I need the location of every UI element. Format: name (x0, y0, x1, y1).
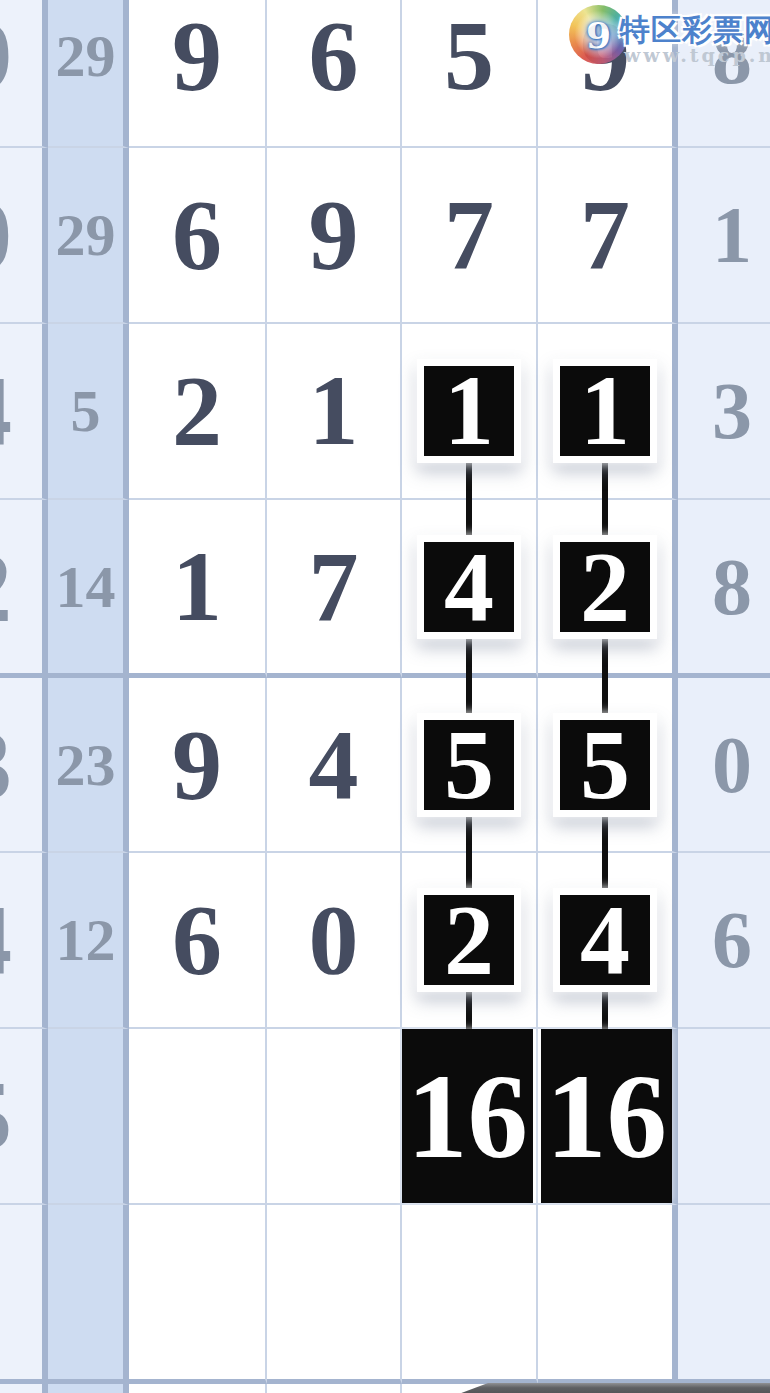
marked-box: 1 (553, 359, 657, 463)
cell-r6-c2: 12 (48, 853, 129, 1029)
cell-r3-c3: 2 (129, 324, 267, 500)
bottom-overlay-bar[interactable] (456, 1383, 770, 1393)
digit: 23 (56, 735, 116, 795)
sum-box: 16 (402, 1029, 533, 1203)
cell-r6-c7: 6 (678, 853, 770, 1029)
digit: 29 (56, 26, 116, 86)
digit: 6 (309, 6, 359, 106)
marked-box: 4 (553, 888, 657, 992)
digit: 9 (172, 6, 222, 106)
cell-r8-c3 (129, 1205, 267, 1384)
cell-r6-c3: 6 (129, 853, 267, 1029)
cell-r2-c3: 6 (129, 148, 267, 324)
digit: 7 (444, 185, 494, 285)
marked-box: 4 (417, 535, 521, 639)
cell-r3-c2: 5 (48, 324, 129, 500)
cell-r7-c5: 16 (402, 1029, 538, 1205)
digit: 8 (712, 16, 752, 96)
cell-r7-c7 (678, 1029, 770, 1205)
cell-r8-c5 (402, 1205, 538, 1384)
digit: 6 (712, 900, 752, 980)
cell-r2-c7: 1 (678, 148, 770, 324)
digit: 29 (56, 205, 116, 265)
cell-r8-c4 (267, 1205, 402, 1384)
cell-r9-c1 (0, 1384, 48, 1393)
cell-r8-c2 (48, 1205, 129, 1384)
lottery-trend-board: 9299659802969771452111321417428323945504… (0, 0, 770, 1393)
cell-r4-c4: 7 (267, 500, 402, 678)
cell-r1-c7: 8 (678, 0, 770, 148)
digit: 5 (444, 6, 494, 106)
cell-r1-c6: 9 (538, 0, 678, 148)
clipped-digit: 2 (0, 537, 12, 637)
cell-r4-c7: 8 (678, 500, 770, 678)
cell-r9-c3 (129, 1384, 267, 1393)
digit: 6 (172, 890, 222, 990)
cell-r1-c4: 6 (267, 0, 402, 148)
cell-r3-c6: 1 (538, 324, 678, 500)
cell-r2-c2: 29 (48, 148, 129, 324)
cell-r2-c5: 7 (402, 148, 538, 324)
cell-r4-c1: 2 (0, 500, 48, 678)
cell-r1-c2: 29 (48, 0, 129, 148)
digit: 9 (580, 6, 630, 106)
marked-box: 2 (417, 888, 521, 992)
digit: 9 (309, 185, 359, 285)
clipped-digit: 9 (0, 6, 12, 106)
cell-r8-c6 (538, 1205, 678, 1384)
digit: 5 (71, 381, 101, 441)
cell-r9-c4 (267, 1384, 402, 1393)
sum-box: 16 (541, 1029, 672, 1203)
digit: 12 (56, 910, 116, 970)
cell-r3-c1: 4 (0, 324, 48, 500)
cell-r3-c7: 3 (678, 324, 770, 500)
cell-r5-c3: 9 (129, 678, 267, 853)
digit: 1 (309, 361, 359, 461)
cell-r7-c1: 5 (0, 1029, 48, 1205)
cell-r8-c1 (0, 1205, 48, 1384)
digit: 2 (172, 361, 222, 461)
cell-r8-c7 (678, 1205, 770, 1384)
digit: 14 (56, 557, 116, 617)
cell-r7-c6: 16 (538, 1029, 678, 1205)
clipped-digit: 4 (0, 361, 12, 461)
cell-r5-c6: 5 (538, 678, 678, 853)
cell-r1-c5: 5 (402, 0, 538, 148)
digit: 6 (172, 185, 222, 285)
cell-r7-c2 (48, 1029, 129, 1205)
cell-r5-c7: 0 (678, 678, 770, 853)
cell-r2-c4: 9 (267, 148, 402, 324)
digit: 0 (309, 890, 359, 990)
clipped-digit: 3 (0, 715, 12, 815)
digit: 0 (712, 725, 752, 805)
clipped-digit: 4 (0, 890, 12, 990)
cell-r5-c1: 3 (0, 678, 48, 853)
digit: 1 (172, 537, 222, 637)
cell-r6-c1: 4 (0, 853, 48, 1029)
cell-r6-c6: 4 (538, 853, 678, 1029)
cell-r1-c1: 9 (0, 0, 48, 148)
digit: 3 (712, 371, 752, 451)
marked-box: 1 (417, 359, 521, 463)
cell-r5-c4: 4 (267, 678, 402, 853)
cell-r5-c2: 23 (48, 678, 129, 853)
clipped-digit: 0 (0, 185, 12, 285)
cell-r4-c2: 14 (48, 500, 129, 678)
clipped-digit: 5 (0, 1066, 12, 1166)
marked-box: 2 (553, 535, 657, 639)
marked-box: 5 (417, 713, 521, 817)
cell-r4-c6: 2 (538, 500, 678, 678)
cell-r7-c3 (129, 1029, 267, 1205)
digit: 7 (309, 537, 359, 637)
cell-r9-c2 (48, 1384, 129, 1393)
digit: 7 (580, 185, 630, 285)
cell-r4-c3: 1 (129, 500, 267, 678)
cell-r6-c4: 0 (267, 853, 402, 1029)
digit: 9 (172, 715, 222, 815)
digit: 1 (712, 195, 752, 275)
digit: 8 (712, 547, 752, 627)
cell-r3-c4: 1 (267, 324, 402, 500)
cell-r2-c1: 0 (0, 148, 48, 324)
marked-box: 5 (553, 713, 657, 817)
trend-grid: 9299659802969771452111321417428323945504… (0, 0, 770, 1393)
digit: 4 (309, 715, 359, 815)
cell-r2-c6: 7 (538, 148, 678, 324)
cell-r1-c3: 9 (129, 0, 267, 148)
cell-r7-c4 (267, 1029, 402, 1205)
